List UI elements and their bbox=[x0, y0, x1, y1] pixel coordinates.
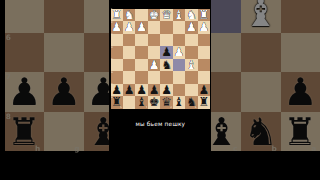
file-label-b: b bbox=[195, 107, 197, 109]
square-c2 bbox=[173, 21, 185, 33]
square-g5 bbox=[44, 0, 83, 33]
video-strip[interactable]: ♜1♞♚♛♝♞♜♟2♟♟♟♟34♟♟5♟♞♝6♟7♟♟♟♟♟♜8hg♝f♚e♛d… bbox=[109, 0, 211, 180]
white-pawn-icon: ♟ bbox=[148, 59, 160, 72]
square-d3 bbox=[160, 34, 172, 46]
file-label-h: h bbox=[35, 145, 40, 152]
square-f2: ♟ bbox=[135, 21, 147, 33]
square-a2: ♟ bbox=[198, 21, 210, 33]
square-g7: ♟ bbox=[123, 84, 135, 96]
square-h1: ♜1 bbox=[111, 9, 123, 21]
square-h4: 4 bbox=[111, 46, 123, 58]
square-b3 bbox=[185, 34, 197, 46]
white-bishop-icon: ♝ bbox=[241, 0, 280, 35]
white-bishop-icon: ♝ bbox=[185, 59, 197, 72]
square-c5 bbox=[173, 59, 185, 71]
rank-label-6: 6 bbox=[6, 34, 11, 41]
square-e1: ♚ bbox=[148, 9, 160, 21]
black-knight-icon: ♞ bbox=[160, 59, 172, 72]
file-label-b: b bbox=[271, 145, 276, 152]
square-h8: ♜8h bbox=[111, 96, 123, 108]
black-pawn-icon: ♟ bbox=[160, 84, 172, 97]
square-a6 bbox=[281, 33, 320, 72]
white-knight-icon: ♞ bbox=[185, 9, 197, 22]
square-a8: ♜a bbox=[198, 96, 210, 108]
rank-label-7: 7 bbox=[6, 73, 11, 80]
square-d6 bbox=[160, 71, 172, 83]
square-h6: 6 bbox=[111, 71, 123, 83]
square-c7 bbox=[173, 84, 185, 96]
rank-label-3: 3 bbox=[111, 34, 113, 36]
square-c1: ♝ bbox=[173, 9, 185, 21]
square-f6 bbox=[135, 71, 147, 83]
square-f4 bbox=[135, 46, 147, 58]
white-bishop-icon: ♝ bbox=[173, 9, 185, 22]
black-pawn-icon: ♟ bbox=[198, 84, 210, 97]
square-e4 bbox=[148, 46, 160, 58]
square-d4: ♟ bbox=[160, 46, 172, 58]
square-e8: ♚e bbox=[148, 96, 160, 108]
square-f7: ♟ bbox=[135, 84, 147, 96]
square-g2: ♟ bbox=[123, 21, 135, 33]
rank-label-7: 7 bbox=[111, 84, 113, 86]
black-pawn-icon: ♟ bbox=[160, 46, 172, 59]
square-g8: g bbox=[123, 96, 135, 108]
square-b7 bbox=[185, 84, 197, 96]
square-c4: ♟ bbox=[173, 46, 185, 58]
square-b5: ♝ bbox=[241, 0, 280, 33]
white-knight-icon: ♞ bbox=[123, 9, 135, 22]
square-c3 bbox=[173, 34, 185, 46]
file-label-a: a bbox=[311, 145, 316, 152]
white-pawn-icon: ♟ bbox=[198, 21, 210, 34]
black-pawn-icon: ♟ bbox=[148, 84, 160, 97]
file-label-g: g bbox=[74, 145, 79, 152]
square-h3: 3 bbox=[111, 34, 123, 46]
white-queen-icon: ♛ bbox=[160, 9, 172, 22]
file-label-g: g bbox=[133, 107, 135, 109]
black-pawn-icon: ♟ bbox=[44, 72, 83, 114]
square-g7: ♟ bbox=[44, 72, 83, 111]
square-h7: ♟7 bbox=[5, 72, 44, 111]
file-label-c: c bbox=[233, 145, 237, 152]
square-a7: ♟ bbox=[281, 72, 320, 111]
square-g4 bbox=[123, 46, 135, 58]
rank-label-8: 8 bbox=[111, 97, 113, 99]
white-pawn-icon: ♟ bbox=[185, 21, 197, 34]
square-h5: 5 bbox=[111, 59, 123, 71]
square-h6: 6 bbox=[5, 33, 44, 72]
square-g8: g bbox=[44, 112, 83, 151]
square-h5: 5 bbox=[5, 0, 44, 33]
square-b2: ♟ bbox=[185, 21, 197, 33]
square-a5 bbox=[198, 59, 210, 71]
square-e7: ♟ bbox=[148, 84, 160, 96]
square-d5: ♞ bbox=[160, 59, 172, 71]
file-label-a: a bbox=[207, 107, 209, 109]
square-e6 bbox=[148, 71, 160, 83]
square-g6 bbox=[44, 33, 83, 72]
square-g3 bbox=[123, 34, 135, 46]
square-b7 bbox=[241, 72, 280, 111]
square-b4 bbox=[185, 46, 197, 58]
black-pawn-icon: ♟ bbox=[123, 84, 135, 97]
square-h7: ♟7 bbox=[111, 84, 123, 96]
black-pawn-icon: ♟ bbox=[135, 84, 147, 97]
file-label-f: f bbox=[146, 107, 147, 109]
square-f3 bbox=[135, 34, 147, 46]
square-a5 bbox=[281, 0, 320, 33]
square-d1: ♛ bbox=[160, 9, 172, 21]
file-label-e: e bbox=[158, 107, 160, 109]
square-a8: ♜a bbox=[281, 112, 320, 151]
square-c6 bbox=[173, 71, 185, 83]
square-f8: ♝f bbox=[135, 96, 147, 108]
file-label-d: d bbox=[170, 107, 172, 109]
square-b1: ♞ bbox=[185, 9, 197, 21]
square-g1: ♞ bbox=[123, 9, 135, 21]
square-e5: ♟ bbox=[148, 59, 160, 71]
square-a3 bbox=[198, 34, 210, 46]
square-d7: ♟ bbox=[160, 84, 172, 96]
white-pawn-icon: ♟ bbox=[173, 46, 185, 59]
white-pawn-icon: ♟ bbox=[123, 21, 135, 34]
video-frame: ♜1♞♚♛♝♞♜♟2♟♟♟♟34♟♟5♟♞♝6♟7♟♟♟♟♟♜8hg♝f♚e♛d… bbox=[0, 0, 320, 180]
square-b6 bbox=[241, 33, 280, 72]
square-g6 bbox=[123, 71, 135, 83]
square-a6 bbox=[198, 71, 210, 83]
square-a4 bbox=[198, 46, 210, 58]
rank-label-8: 8 bbox=[6, 113, 11, 120]
square-b5: ♝ bbox=[185, 59, 197, 71]
square-f1 bbox=[135, 9, 147, 21]
rank-label-5: 5 bbox=[111, 59, 113, 61]
square-e3 bbox=[148, 34, 160, 46]
white-king-icon: ♚ bbox=[148, 9, 160, 22]
square-e2 bbox=[148, 21, 160, 33]
square-a7: ♟ bbox=[198, 84, 210, 96]
square-b8: ♞b bbox=[241, 112, 280, 151]
rank-label-6: 6 bbox=[111, 72, 113, 74]
white-rook-icon: ♜ bbox=[198, 9, 210, 22]
rank-label-1: 1 bbox=[111, 9, 113, 11]
square-f5 bbox=[135, 59, 147, 71]
square-h8: ♜8h bbox=[5, 112, 44, 151]
square-d2 bbox=[160, 21, 172, 33]
square-b6 bbox=[185, 71, 197, 83]
file-label-h: h bbox=[120, 107, 122, 109]
chess-board: ♜1♞♚♛♝♞♜♟2♟♟♟♟34♟♟5♟♞♝6♟7♟♟♟♟♟♜8hg♝f♚e♛d… bbox=[111, 9, 211, 109]
square-g5 bbox=[123, 59, 135, 71]
square-c8: ♝c bbox=[173, 96, 185, 108]
square-d8: ♛d bbox=[160, 96, 172, 108]
rank-label-5: 5 bbox=[6, 0, 11, 2]
black-pawn-icon: ♟ bbox=[281, 72, 320, 114]
white-pawn-icon: ♟ bbox=[135, 21, 147, 34]
rank-label-2: 2 bbox=[111, 22, 113, 24]
square-h2: ♟2 bbox=[111, 21, 123, 33]
rank-label-4: 4 bbox=[111, 47, 113, 49]
file-label-c: c bbox=[183, 107, 184, 109]
square-a1: ♜ bbox=[198, 9, 210, 21]
caption: мы бьем пешку bbox=[109, 121, 211, 127]
square-b8: ♞b bbox=[185, 96, 197, 108]
